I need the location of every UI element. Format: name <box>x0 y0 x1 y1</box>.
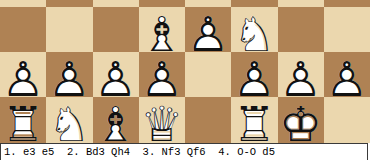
square-h2: ♟♙ <box>324 52 370 97</box>
square-g1: ♚♔ <box>278 97 324 143</box>
white-queen-icon: ♕ <box>140 100 183 148</box>
square-b1: ♞♘ <box>46 97 92 143</box>
chess-board: ♝♗♟♙♞♘♟♙♟♙♟♙♟♙♟♙♟♙♟♙♜♖♞♘♝♗♛♕♜♖♚♔ <box>0 0 370 143</box>
square-e3: ♟♙ <box>185 7 231 52</box>
white-pawn-icon: ♙ <box>279 55 322 103</box>
white-bishop-icon: ♝ <box>140 10 183 58</box>
white-queen-icon: ♛ <box>140 100 183 148</box>
square-d1: ♛♕ <box>139 97 185 143</box>
chess-diagram: ♝♗♟♙♞♘♟♙♟♙♟♙♟♙♟♙♟♙♟♙♜♖♞♘♝♗♛♕♜♖♚♔ 1. e3 e… <box>0 0 370 160</box>
square-h1 <box>324 97 370 143</box>
white-pawn-icon: ♟ <box>233 55 276 103</box>
white-knight-icon: ♘ <box>48 100 91 148</box>
white-pawn-icon: ♟ <box>140 55 183 103</box>
white-pawn-icon: ♟ <box>2 55 45 103</box>
square-a1: ♜♖ <box>0 97 46 143</box>
white-knight-icon: ♞ <box>233 10 276 58</box>
square-b2: ♟♙ <box>46 52 92 97</box>
white-rook-icon: ♜ <box>233 100 276 148</box>
square-e1 <box>185 97 231 143</box>
white-pawn-icon: ♟ <box>325 55 368 103</box>
white-king-icon: ♔ <box>279 100 322 148</box>
white-pawn-icon: ♙ <box>325 55 368 103</box>
white-pawn-icon: ♙ <box>187 10 230 58</box>
square-b4 <box>46 0 92 7</box>
white-pawn-icon: ♙ <box>233 55 276 103</box>
white-pawn-icon: ♙ <box>2 55 45 103</box>
square-f2: ♟♙ <box>231 52 277 97</box>
white-rook-icon: ♖ <box>233 100 276 148</box>
square-h3 <box>324 7 370 52</box>
white-pawn-icon: ♙ <box>94 55 137 103</box>
square-e2 <box>185 52 231 97</box>
square-b3 <box>46 7 92 52</box>
square-c2: ♟♙ <box>93 52 139 97</box>
square-f1: ♜♖ <box>231 97 277 143</box>
square-g3 <box>278 7 324 52</box>
square-c1: ♝♗ <box>93 97 139 143</box>
white-pawn-icon: ♙ <box>140 55 183 103</box>
white-bishop-icon: ♗ <box>94 100 137 148</box>
square-d4 <box>139 0 185 7</box>
move-list-bar: 1. e3 e5 2. Bd3 Qh4 3. Nf3 Qf6 4. O-O d5 <box>0 143 368 160</box>
white-pawn-icon: ♟ <box>187 10 230 58</box>
white-knight-icon: ♘ <box>233 10 276 58</box>
square-c4 <box>93 0 139 7</box>
white-pawn-icon: ♟ <box>279 55 322 103</box>
white-pawn-icon: ♟ <box>94 55 137 103</box>
square-c3 <box>93 7 139 52</box>
square-e4 <box>185 0 231 7</box>
square-g4 <box>278 0 324 7</box>
white-pawn-icon: ♙ <box>48 55 91 103</box>
square-a4 <box>0 0 46 7</box>
white-knight-icon: ♞ <box>48 100 91 148</box>
square-a2: ♟♙ <box>0 52 46 97</box>
square-a3 <box>0 7 46 52</box>
square-f4 <box>231 0 277 7</box>
move-list-text: 1. e3 e5 2. Bd3 Qh4 3. Nf3 Qf6 4. O-O d5 <box>4 146 275 158</box>
square-g2: ♟♙ <box>278 52 324 97</box>
square-d2: ♟♙ <box>139 52 185 97</box>
white-king-icon: ♚ <box>279 100 322 148</box>
white-rook-icon: ♖ <box>2 100 45 148</box>
square-f3: ♞♘ <box>231 7 277 52</box>
white-rook-icon: ♜ <box>2 100 45 148</box>
square-h4 <box>324 0 370 7</box>
white-bishop-icon: ♝ <box>94 100 137 148</box>
white-bishop-icon: ♗ <box>140 10 183 58</box>
square-d3: ♝♗ <box>139 7 185 52</box>
white-pawn-icon: ♟ <box>48 55 91 103</box>
